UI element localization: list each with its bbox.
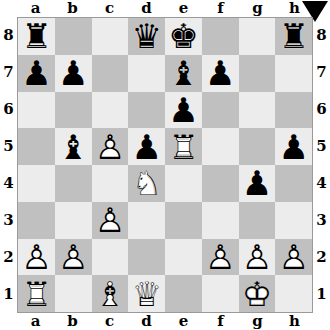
square-a4[interactable] [18, 165, 55, 202]
rank-label-left-6: 6 [0, 91, 17, 128]
file-label-bottom-g: g [239, 313, 276, 330]
piece-glyph-outline: ♙ [202, 239, 239, 276]
file-label-top-a: a [17, 0, 54, 17]
square-c5[interactable]: ♟♙ [92, 128, 129, 165]
piece-black-pawn: ♟ [275, 128, 312, 165]
piece-black-queen: ♛ [128, 18, 165, 55]
square-g1[interactable]: ♚♔ [239, 275, 276, 312]
file-label-top-g: g [239, 0, 276, 17]
file-label-top-f: f [202, 0, 239, 17]
square-d2[interactable] [128, 239, 165, 276]
piece-white-pawn: ♟♙ [55, 239, 92, 276]
piece-white-pawn: ♟♙ [18, 239, 55, 276]
piece-glyph-fill: ♝ [55, 128, 92, 165]
square-g4[interactable]: ♟ [239, 165, 276, 202]
square-a6[interactable] [18, 92, 55, 129]
square-f7[interactable]: ♟ [202, 55, 239, 92]
file-label-bottom-b: b [54, 313, 91, 330]
square-b5[interactable]: ♝ [55, 128, 92, 165]
rank-label-left-3: 3 [0, 202, 17, 239]
rank-label-right-7: 7 [313, 54, 330, 91]
square-c7[interactable] [92, 55, 129, 92]
rank-label-left-2: 2 [0, 239, 17, 276]
square-c8[interactable] [92, 18, 129, 55]
square-b4[interactable] [55, 165, 92, 202]
piece-white-rook: ♜♖ [165, 128, 202, 165]
rank-label-left-8: 8 [0, 17, 17, 54]
piece-black-king: ♚ [165, 18, 202, 55]
square-a8[interactable]: ♜ [18, 18, 55, 55]
piece-black-pawn: ♟ [165, 92, 202, 129]
square-f8[interactable] [202, 18, 239, 55]
piece-white-pawn: ♟♙ [239, 239, 276, 276]
square-f4[interactable] [202, 165, 239, 202]
square-e1[interactable] [165, 275, 202, 312]
piece-white-king: ♚♔ [239, 275, 276, 312]
square-g5[interactable] [239, 128, 276, 165]
square-a5[interactable] [18, 128, 55, 165]
square-h1[interactable] [275, 275, 312, 312]
square-g2[interactable]: ♟♙ [239, 239, 276, 276]
square-c2[interactable] [92, 239, 129, 276]
square-d1[interactable]: ♛♕ [128, 275, 165, 312]
piece-white-pawn: ♟♙ [92, 202, 129, 239]
file-labels-bottom: abcdefgh [17, 313, 313, 330]
piece-glyph-outline: ♙ [18, 239, 55, 276]
piece-glyph-fill: ♟ [202, 55, 239, 92]
square-f3[interactable] [202, 202, 239, 239]
square-b7[interactable]: ♟ [55, 55, 92, 92]
square-e4[interactable] [165, 165, 202, 202]
piece-glyph-outline: ♘ [128, 165, 165, 202]
piece-glyph-outline: ♙ [239, 239, 276, 276]
square-c6[interactable] [92, 92, 129, 129]
square-b6[interactable] [55, 92, 92, 129]
rank-label-right-5: 5 [313, 128, 330, 165]
rank-label-right-6: 6 [313, 91, 330, 128]
square-a7[interactable]: ♟ [18, 55, 55, 92]
square-e5[interactable]: ♜♖ [165, 128, 202, 165]
piece-black-pawn: ♟ [202, 55, 239, 92]
square-g7[interactable] [239, 55, 276, 92]
rank-label-right-2: 2 [313, 239, 330, 276]
file-label-bottom-d: d [128, 313, 165, 330]
piece-black-rook: ♜ [275, 18, 312, 55]
square-d4[interactable]: ♞♘ [128, 165, 165, 202]
piece-glyph-fill: ♟ [239, 165, 276, 202]
piece-glyph-outline: ♖ [165, 128, 202, 165]
piece-white-pawn: ♟♙ [202, 239, 239, 276]
square-f2[interactable]: ♟♙ [202, 239, 239, 276]
piece-black-bishop: ♝ [55, 128, 92, 165]
square-e8[interactable]: ♚ [165, 18, 202, 55]
square-c3[interactable]: ♟♙ [92, 202, 129, 239]
file-label-bottom-c: c [91, 313, 128, 330]
rank-label-left-4: 4 [0, 165, 17, 202]
piece-black-pawn: ♟ [239, 165, 276, 202]
square-c4[interactable] [92, 165, 129, 202]
square-d7[interactable] [128, 55, 165, 92]
piece-glyph-outline: ♔ [239, 275, 276, 312]
square-h5[interactable]: ♟ [275, 128, 312, 165]
square-a3[interactable] [18, 202, 55, 239]
piece-glyph-fill: ♝ [165, 55, 202, 92]
piece-glyph-fill: ♛ [128, 18, 165, 55]
square-b1[interactable] [55, 275, 92, 312]
rank-label-right-8: 8 [313, 17, 330, 54]
piece-white-bishop: ♝♗ [92, 275, 129, 312]
file-label-top-b: b [54, 0, 91, 17]
square-g8[interactable] [239, 18, 276, 55]
piece-white-pawn: ♟♙ [275, 239, 312, 276]
square-e2[interactable] [165, 239, 202, 276]
piece-glyph-fill: ♚ [165, 18, 202, 55]
piece-glyph-fill: ♟ [165, 92, 202, 129]
file-label-bottom-a: a [17, 313, 54, 330]
square-f1[interactable] [202, 275, 239, 312]
file-label-bottom-h: h [276, 313, 313, 330]
file-label-top-d: d [128, 0, 165, 17]
square-h2[interactable]: ♟♙ [275, 239, 312, 276]
file-label-top-e: e [165, 0, 202, 17]
piece-black-pawn: ♟ [128, 128, 165, 165]
piece-glyph-fill: ♟ [55, 55, 92, 92]
rank-label-left-1: 1 [0, 276, 17, 313]
square-d6[interactable] [128, 92, 165, 129]
square-f5[interactable] [202, 128, 239, 165]
rank-labels-right: 87654321 [313, 17, 330, 313]
piece-glyph-fill: ♟ [275, 128, 312, 165]
square-d3[interactable] [128, 202, 165, 239]
square-h6[interactable] [275, 92, 312, 129]
square-g3[interactable] [239, 202, 276, 239]
square-b3[interactable] [55, 202, 92, 239]
piece-glyph-outline: ♙ [92, 128, 129, 165]
rank-label-left-5: 5 [0, 128, 17, 165]
piece-glyph-fill: ♟ [18, 55, 55, 92]
rank-label-right-4: 4 [313, 165, 330, 202]
square-h4[interactable] [275, 165, 312, 202]
square-c1[interactable]: ♝♗ [92, 275, 129, 312]
square-d5[interactable]: ♟ [128, 128, 165, 165]
piece-glyph-outline: ♕ [128, 275, 165, 312]
file-labels-top: abcdefgh [17, 0, 313, 17]
rank-label-left-7: 7 [0, 54, 17, 91]
square-g6[interactable] [239, 92, 276, 129]
piece-white-queen: ♛♕ [128, 275, 165, 312]
file-label-top-c: c [91, 0, 128, 17]
square-b8[interactable] [55, 18, 92, 55]
piece-black-bishop: ♝ [165, 55, 202, 92]
square-h8[interactable]: ♜ [275, 18, 312, 55]
piece-black-rook: ♜ [18, 18, 55, 55]
square-h7[interactable] [275, 55, 312, 92]
rank-label-right-1: 1 [313, 276, 330, 313]
piece-glyph-fill: ♜ [275, 18, 312, 55]
rank-labels-left: 87654321 [0, 17, 17, 313]
square-e7[interactable]: ♝ [165, 55, 202, 92]
file-label-bottom-f: f [202, 313, 239, 330]
file-label-bottom-e: e [165, 313, 202, 330]
square-f6[interactable] [202, 92, 239, 129]
piece-white-rook: ♜♖ [18, 275, 55, 312]
file-label-top-h: h [276, 0, 313, 17]
piece-glyph-outline: ♙ [275, 239, 312, 276]
piece-glyph-fill: ♟ [128, 128, 165, 165]
piece-glyph-outline: ♙ [55, 239, 92, 276]
square-b2[interactable]: ♟♙ [55, 239, 92, 276]
square-a2[interactable]: ♟♙ [18, 239, 55, 276]
piece-glyph-fill: ♜ [18, 18, 55, 55]
square-e3[interactable] [165, 202, 202, 239]
square-d8[interactable]: ♛ [128, 18, 165, 55]
square-e6[interactable]: ♟ [165, 92, 202, 129]
piece-white-knight: ♞♘ [128, 165, 165, 202]
square-a1[interactable]: ♜♖ [18, 275, 55, 312]
piece-white-pawn: ♟♙ [92, 128, 129, 165]
rank-label-right-3: 3 [313, 202, 330, 239]
piece-glyph-outline: ♙ [92, 202, 129, 239]
piece-glyph-outline: ♖ [18, 275, 55, 312]
square-h3[interactable] [275, 202, 312, 239]
piece-black-pawn: ♟ [18, 55, 55, 92]
piece-black-pawn: ♟ [55, 55, 92, 92]
chess-diagram: abcdefgh abcdefgh 87654321 87654321 ♜♛♚♜… [0, 0, 330, 330]
chessboard: ♜♛♚♜♟♟♝♟♟♝♟♙♟♜♖♟♞♘♟♟♙♟♙♟♙♟♙♟♙♟♙♜♖♝♗♛♕♚♔ [17, 17, 313, 313]
piece-glyph-outline: ♗ [92, 275, 129, 312]
